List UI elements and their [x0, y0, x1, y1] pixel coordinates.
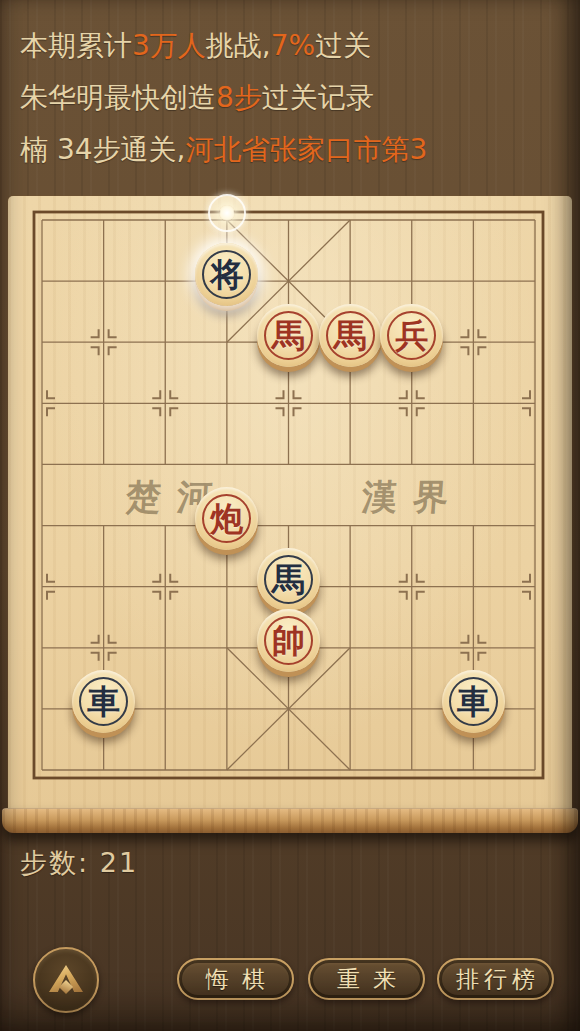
piece-glyph: 馬	[257, 304, 320, 367]
status-line-challengers: 本期累计3万人挑战,7%过关	[20, 20, 427, 72]
status-segment: 7%	[271, 29, 315, 62]
status-segment: 朱华明最快创造	[20, 81, 216, 114]
status-segment: 8步	[216, 81, 262, 114]
status-segment: 挑战,	[206, 29, 271, 62]
board-front-edge	[2, 808, 578, 833]
piece-glyph: 帥	[257, 609, 320, 672]
piece-red-cannon[interactable]: 炮	[195, 487, 258, 550]
step-counter-value: 21	[100, 847, 138, 878]
app-screen: 本期累计3万人挑战,7%过关 朱华明最快创造8步过关记录 楠 34步通关,河北省…	[0, 0, 580, 1031]
status-line-record: 朱华明最快创造8步过关记录	[20, 72, 427, 124]
restart-button[interactable]: 重来	[308, 958, 425, 1000]
step-counter-label: 步数:	[20, 847, 89, 878]
status-segment: 本期累计	[20, 29, 132, 62]
status-segment: 3万人	[132, 29, 206, 62]
status-segment: 河北省张家口市第3	[185, 133, 427, 166]
piece-black-chariot-left[interactable]: 車	[72, 670, 135, 733]
status-segment: 楠 34步通关,	[20, 133, 185, 166]
piece-red-pawn[interactable]: 兵	[380, 304, 443, 367]
piece-glyph: 炮	[195, 487, 258, 550]
piece-glyph: 車	[72, 670, 135, 733]
river-label-han-jie: 漢界	[360, 474, 465, 521]
piece-glyph: 兵	[380, 304, 443, 367]
undo-button[interactable]: 悔棋	[177, 958, 294, 1000]
piece-black-general[interactable]: 将	[195, 243, 258, 306]
status-line-player: 楠 34步通关,河北省张家口市第3	[20, 124, 427, 176]
piece-red-general[interactable]: 帥	[257, 609, 320, 672]
piece-glyph: 馬	[319, 304, 382, 367]
status-segment: 过关	[315, 29, 371, 62]
cursor-glow-dot	[219, 205, 235, 221]
piece-glyph: 車	[442, 670, 505, 733]
piece-black-chariot-right[interactable]: 車	[442, 670, 505, 733]
piece-glyph: 将	[195, 243, 258, 306]
step-counter: 步数: 21	[20, 845, 138, 881]
status-segment: 过关记录	[262, 81, 374, 114]
piece-red-horse-left[interactable]: 馬	[257, 304, 320, 367]
piece-glyph: 馬	[257, 548, 320, 611]
status-panel: 本期累计3万人挑战,7%过关 朱华明最快创造8步过关记录 楠 34步通关,河北省…	[20, 20, 427, 176]
leaderboard-button[interactable]: 排行榜	[437, 958, 554, 1000]
piece-black-horse[interactable]: 馬	[257, 548, 320, 611]
home-button[interactable]	[33, 947, 99, 1013]
piece-red-horse-right[interactable]: 馬	[319, 304, 382, 367]
touch-cursor-indicator	[208, 194, 246, 232]
